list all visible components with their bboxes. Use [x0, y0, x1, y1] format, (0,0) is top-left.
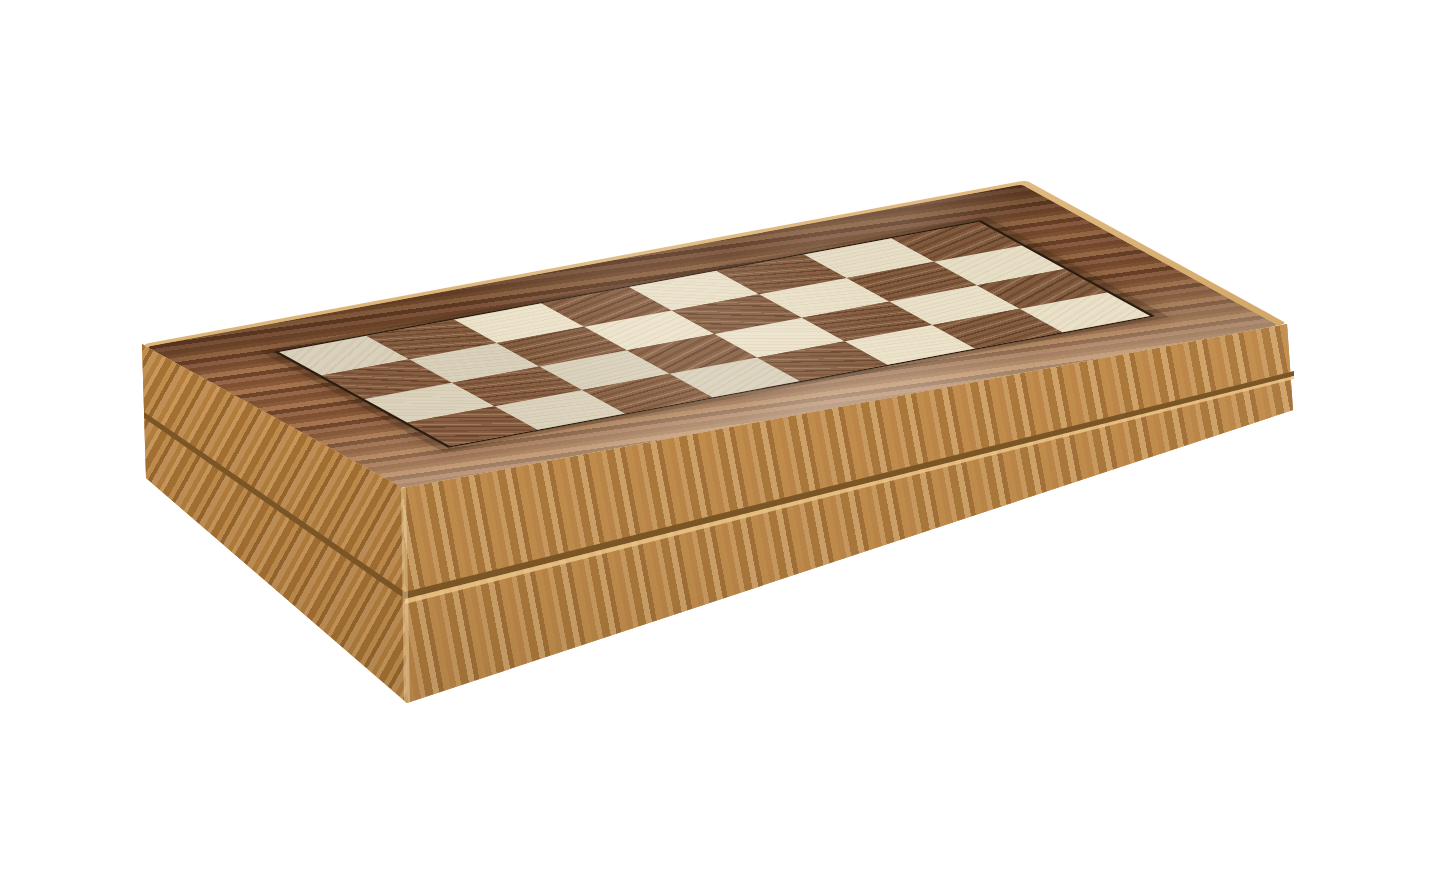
- product-photo-stage: [0, 0, 1445, 896]
